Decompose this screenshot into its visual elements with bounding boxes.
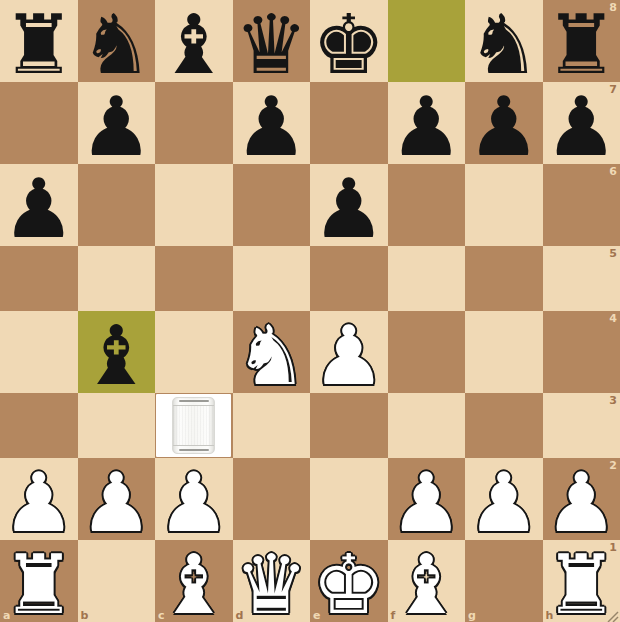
square-c3[interactable]: [155, 393, 233, 458]
file-label-d: d: [236, 610, 244, 621]
square-a4[interactable]: [0, 311, 78, 393]
black-pawn[interactable]: ♟: [389, 86, 463, 168]
white-pawn[interactable]: ♟: [79, 462, 153, 544]
square-e1[interactable]: ♚e: [310, 540, 388, 622]
square-f3[interactable]: [388, 393, 466, 458]
square-a1[interactable]: ♜a: [0, 540, 78, 622]
spool-top-label: [179, 400, 209, 402]
square-c6[interactable]: [155, 164, 233, 246]
square-b8[interactable]: ♞: [78, 0, 156, 82]
white-knight[interactable]: ♞: [234, 315, 308, 397]
square-f8[interactable]: [388, 0, 466, 82]
black-pawn[interactable]: ♟: [2, 168, 76, 250]
square-b7[interactable]: ♟: [78, 82, 156, 164]
square-g3[interactable]: [465, 393, 543, 458]
square-h5[interactable]: 5: [543, 246, 620, 311]
square-a2[interactable]: ♟: [0, 458, 78, 540]
square-h8[interactable]: ♜8: [543, 0, 620, 82]
square-a3[interactable]: [0, 393, 78, 458]
square-h6[interactable]: 6: [543, 164, 620, 246]
spool-top-cap: [173, 398, 214, 406]
black-knight[interactable]: ♞: [467, 4, 541, 86]
square-e2[interactable]: [310, 458, 388, 540]
black-rook[interactable]: ♜: [2, 4, 76, 86]
rank-label-6: 6: [609, 166, 617, 177]
rank-label-7: 7: [609, 84, 617, 95]
white-rook[interactable]: ♜: [2, 544, 76, 622]
black-pawn[interactable]: ♟: [234, 86, 308, 168]
square-h2[interactable]: ♟2: [543, 458, 620, 540]
board-resize-handle[interactable]: [606, 608, 619, 621]
square-a5[interactable]: [0, 246, 78, 311]
file-label-f: f: [391, 610, 396, 621]
file-label-g: g: [468, 610, 476, 621]
square-g5[interactable]: [465, 246, 543, 311]
square-d7[interactable]: ♟: [233, 82, 311, 164]
square-b3[interactable]: [78, 393, 156, 458]
square-b5[interactable]: [78, 246, 156, 311]
square-g1[interactable]: g: [465, 540, 543, 622]
square-f5[interactable]: [388, 246, 466, 311]
square-c1[interactable]: ♝c: [155, 540, 233, 622]
white-bishop[interactable]: ♝: [157, 544, 231, 622]
square-a7[interactable]: [0, 82, 78, 164]
square-e8[interactable]: ♚: [310, 0, 388, 82]
rank-label-5: 5: [609, 248, 617, 259]
rank-label-2: 2: [609, 460, 617, 471]
black-pawn[interactable]: ♟: [79, 86, 153, 168]
square-d8[interactable]: ♛: [233, 0, 311, 82]
square-d5[interactable]: [233, 246, 311, 311]
square-d2[interactable]: [233, 458, 311, 540]
thread-spool: [172, 397, 215, 454]
file-label-b: b: [81, 610, 89, 621]
square-a8[interactable]: ♜: [0, 0, 78, 82]
square-f6[interactable]: [388, 164, 466, 246]
square-d4[interactable]: ♞: [233, 311, 311, 393]
square-b2[interactable]: ♟: [78, 458, 156, 540]
white-pawn[interactable]: ♟: [389, 462, 463, 544]
rank-label-3: 3: [609, 395, 617, 406]
square-g8[interactable]: ♞: [465, 0, 543, 82]
file-label-e: e: [313, 610, 320, 621]
square-b1[interactable]: b: [78, 540, 156, 622]
square-d6[interactable]: [233, 164, 311, 246]
white-pawn[interactable]: ♟: [544, 462, 618, 544]
black-king[interactable]: ♚: [312, 4, 386, 86]
square-e4[interactable]: ♟: [310, 311, 388, 393]
square-h7[interactable]: ♟7: [543, 82, 620, 164]
square-g6[interactable]: [465, 164, 543, 246]
white-pawn[interactable]: ♟: [2, 462, 76, 544]
black-bishop[interactable]: ♝: [79, 315, 153, 397]
black-knight[interactable]: ♞: [79, 4, 153, 86]
square-d1[interactable]: ♛d: [233, 540, 311, 622]
square-g4[interactable]: [465, 311, 543, 393]
thread-spool-image[interactable]: [156, 394, 231, 457]
square-d3[interactable]: [233, 393, 311, 458]
spool-thread-body: [173, 406, 214, 445]
white-pawn[interactable]: ♟: [157, 462, 231, 544]
square-c4[interactable]: [155, 311, 233, 393]
white-bishop[interactable]: ♝: [389, 544, 463, 622]
white-queen[interactable]: ♛: [234, 544, 308, 622]
black-bishop[interactable]: ♝: [157, 4, 231, 86]
square-f2[interactable]: ♟: [388, 458, 466, 540]
rank-label-8: 8: [609, 2, 617, 13]
file-label-a: a: [3, 610, 10, 621]
white-pawn[interactable]: ♟: [467, 462, 541, 544]
black-pawn[interactable]: ♟: [312, 168, 386, 250]
square-e5[interactable]: [310, 246, 388, 311]
black-pawn[interactable]: ♟: [467, 86, 541, 168]
white-pawn[interactable]: ♟: [312, 315, 386, 397]
square-f1[interactable]: ♝f: [388, 540, 466, 622]
square-c8[interactable]: ♝: [155, 0, 233, 82]
square-c5[interactable]: [155, 246, 233, 311]
black-pawn[interactable]: ♟: [544, 86, 618, 168]
square-e3[interactable]: [310, 393, 388, 458]
square-c2[interactable]: ♟: [155, 458, 233, 540]
black-queen[interactable]: ♛: [234, 4, 308, 86]
square-f4[interactable]: [388, 311, 466, 393]
square-h3[interactable]: 3: [543, 393, 620, 458]
spool-bottom-cap: [173, 445, 214, 453]
square-g2[interactable]: ♟: [465, 458, 543, 540]
square-b6[interactable]: [78, 164, 156, 246]
file-label-c: c: [158, 610, 165, 621]
square-a6[interactable]: ♟: [0, 164, 78, 246]
square-g7[interactable]: ♟: [465, 82, 543, 164]
spool-bottom-label: [179, 449, 209, 451]
resize-grip-icon: [606, 610, 619, 622]
square-f7[interactable]: ♟: [388, 82, 466, 164]
black-rook[interactable]: ♜: [544, 4, 618, 86]
square-c7[interactable]: [155, 82, 233, 164]
square-h4[interactable]: 4: [543, 311, 620, 393]
rank-label-4: 4: [609, 313, 617, 324]
square-e6[interactable]: ♟: [310, 164, 388, 246]
rank-label-1: 1: [609, 542, 617, 553]
square-b4[interactable]: ♝: [78, 311, 156, 393]
file-label-h: h: [546, 610, 554, 621]
white-king[interactable]: ♚: [312, 544, 386, 622]
chess-board: ♜♞♝♛♚♞♜8♟♟♟♟♟7♟♟65♝♞♟43♟♟♟♟♟♟2♜ab♝c♛d♚e♝…: [0, 0, 620, 622]
square-e7[interactable]: [310, 82, 388, 164]
